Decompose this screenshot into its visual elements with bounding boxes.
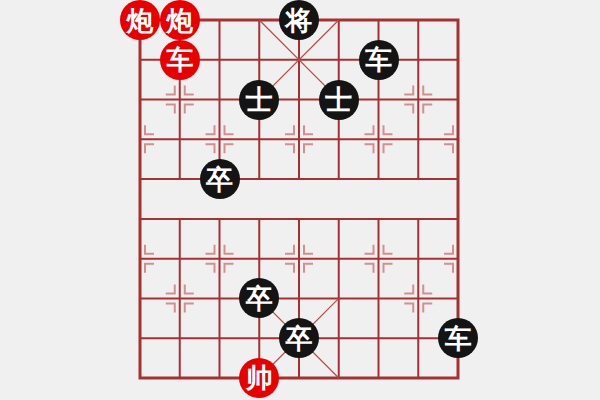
piece-red-cannon[interactable]: 炮 [160,0,200,40]
board-background: 炮炮将车车士士卒卒卒车帅 [0,0,600,400]
piece-black-soldier[interactable]: 卒 [279,318,319,358]
piece-black-soldier[interactable]: 卒 [200,159,240,199]
piece-black-advisor[interactable]: 士 [319,80,359,120]
piece-black-chariot[interactable]: 车 [438,318,478,358]
piece-black-chariot[interactable]: 车 [359,40,399,80]
piece-black-soldier[interactable]: 卒 [239,278,279,318]
piece-red-general[interactable]: 帅 [239,358,279,398]
piece-black-general[interactable]: 将 [279,0,319,40]
piece-red-chariot[interactable]: 车 [160,40,200,80]
piece-black-advisor[interactable]: 士 [239,80,279,120]
piece-red-cannon[interactable]: 炮 [120,0,160,40]
xiangqi-board: 炮炮将车车士士卒卒卒车帅 [120,0,478,398]
